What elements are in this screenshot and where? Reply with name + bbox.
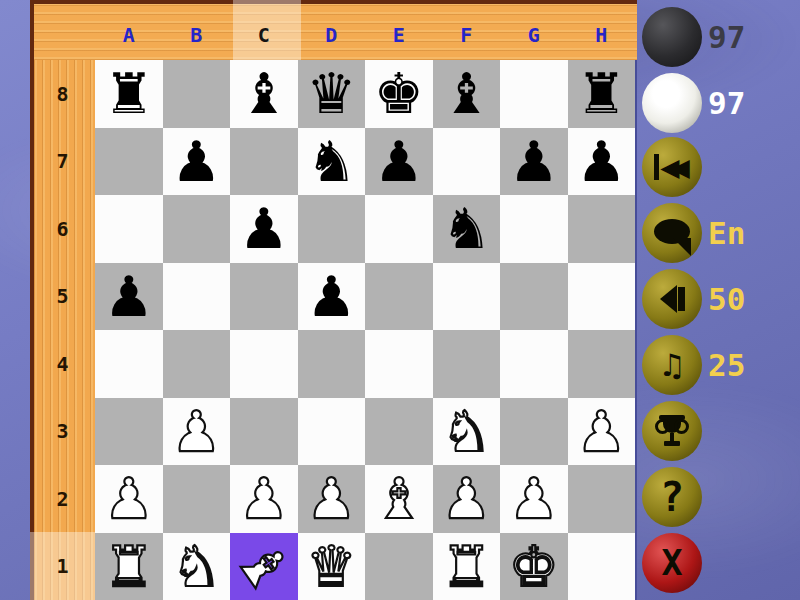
piece-white-r-a1[interactable]: ♜ xyxy=(104,533,154,600)
square-a7[interactable] xyxy=(95,128,163,196)
white-counter: 97 xyxy=(708,73,745,133)
square-f4[interactable] xyxy=(433,330,501,398)
piece-black-p-a5[interactable]: ♟ xyxy=(104,263,154,330)
square-h1[interactable] xyxy=(568,533,636,600)
piece-white-n-f3[interactable]: ♞ xyxy=(441,398,491,465)
piece-black-p-c6[interactable]: ♟ xyxy=(239,195,289,262)
square-a4[interactable] xyxy=(95,330,163,398)
square-a5[interactable]: ♟ xyxy=(95,263,163,331)
square-e4[interactable] xyxy=(365,330,433,398)
rank-label-4: 4 xyxy=(56,352,68,376)
rank-label-8: 8 xyxy=(56,82,68,106)
square-g4[interactable] xyxy=(500,330,568,398)
square-f1[interactable]: ♜ xyxy=(433,533,501,600)
square-b3[interactable]: ♟ xyxy=(163,398,231,466)
square-d6[interactable] xyxy=(298,195,366,263)
piece-black-n-f6[interactable]: ♞ xyxy=(441,195,491,262)
file-label-b: B xyxy=(190,23,202,60)
rank-labels: 87654321 xyxy=(30,60,95,600)
trophy-button[interactable] xyxy=(642,401,702,461)
square-c1[interactable]: ♝ xyxy=(230,533,298,600)
file-labels: ABCDEFGH xyxy=(95,0,635,60)
square-f7[interactable] xyxy=(433,128,501,196)
square-c6[interactable]: ♟ xyxy=(230,195,298,263)
square-e6[interactable] xyxy=(365,195,433,263)
volume-value: 50 xyxy=(708,269,745,329)
square-c3[interactable] xyxy=(230,398,298,466)
piece-black-b-c8[interactable]: ♝ xyxy=(239,60,289,127)
speaker-icon xyxy=(660,285,685,313)
rank-label-5: 5 xyxy=(56,284,68,308)
file-label-c: C xyxy=(258,23,270,60)
square-g3[interactable] xyxy=(500,398,568,466)
square-e8[interactable]: ♚ xyxy=(365,60,433,128)
white-player-ball xyxy=(642,73,702,133)
square-h4[interactable] xyxy=(568,330,636,398)
square-b5[interactable] xyxy=(163,263,231,331)
piece-black-p-h7[interactable]: ♟ xyxy=(576,128,626,195)
rank-label-7: 7 xyxy=(56,149,68,173)
square-b6[interactable] xyxy=(163,195,231,263)
square-h2[interactable] xyxy=(568,465,636,533)
piece-white-p-a2[interactable]: ♟ xyxy=(104,465,154,532)
black-counter: 97 xyxy=(708,7,745,67)
square-c2[interactable]: ♟ xyxy=(230,465,298,533)
rewind-icon: ◀◀ xyxy=(654,154,689,180)
file-label-h: H xyxy=(595,23,607,60)
square-e2[interactable]: ♝ xyxy=(365,465,433,533)
piece-white-p-c2[interactable]: ♟ xyxy=(239,465,289,532)
chess-board: ♜♝♛♚♝♜♟♞♟♟♟♟♞♟♟♟♞♟♟♟♟♝♟♟♜♞♝♛♜♚ xyxy=(95,60,637,600)
piece-white-b-c1[interactable]: ♝ xyxy=(222,526,306,600)
square-a1[interactable]: ♜ xyxy=(95,533,163,600)
square-g6[interactable] xyxy=(500,195,568,263)
square-f8[interactable]: ♝ xyxy=(433,60,501,128)
piece-black-r-a8[interactable]: ♜ xyxy=(104,60,154,127)
rank-label-1: 1 xyxy=(56,554,68,578)
volume-button[interactable] xyxy=(642,269,702,329)
control-panel: 97 97 ◀◀ En 50 ♫ 25 ? X xyxy=(637,0,800,600)
square-e7[interactable]: ♟ xyxy=(365,128,433,196)
rewind-button[interactable]: ◀◀ xyxy=(642,137,702,197)
rank-label-2: 2 xyxy=(56,487,68,511)
square-b8[interactable] xyxy=(163,60,231,128)
file-label-e: E xyxy=(393,23,405,60)
square-a6[interactable] xyxy=(95,195,163,263)
music-value: 25 xyxy=(708,335,745,395)
square-d8[interactable]: ♛ xyxy=(298,60,366,128)
piece-black-p-d5[interactable]: ♟ xyxy=(306,263,356,330)
piece-white-p-f2[interactable]: ♟ xyxy=(441,465,491,532)
square-d5[interactable]: ♟ xyxy=(298,263,366,331)
square-g7[interactable]: ♟ xyxy=(500,128,568,196)
square-d1[interactable]: ♛ xyxy=(298,533,366,600)
square-f6[interactable]: ♞ xyxy=(433,195,501,263)
piece-white-p-d2[interactable]: ♟ xyxy=(306,465,356,532)
music-button[interactable]: ♫ xyxy=(642,335,702,395)
square-f3[interactable]: ♞ xyxy=(433,398,501,466)
help-button[interactable]: ? xyxy=(642,467,702,527)
piece-white-r-f1[interactable]: ♜ xyxy=(441,533,491,600)
file-label-a: A xyxy=(123,23,135,60)
square-h6[interactable] xyxy=(568,195,636,263)
piece-black-r-h8[interactable]: ♜ xyxy=(576,60,626,127)
language-button[interactable] xyxy=(642,203,702,263)
square-e5[interactable] xyxy=(365,263,433,331)
square-h8[interactable]: ♜ xyxy=(568,60,636,128)
file-label-d: D xyxy=(325,23,337,60)
square-g1[interactable]: ♚ xyxy=(500,533,568,600)
piece-white-p-b3[interactable]: ♟ xyxy=(171,398,221,465)
square-d2[interactable]: ♟ xyxy=(298,465,366,533)
piece-white-q-d1[interactable]: ♛ xyxy=(306,533,356,600)
square-a8[interactable]: ♜ xyxy=(95,60,163,128)
square-c8[interactable]: ♝ xyxy=(230,60,298,128)
square-h5[interactable] xyxy=(568,263,636,331)
square-c5[interactable] xyxy=(230,263,298,331)
music-note-icon: ♫ xyxy=(658,350,686,381)
square-b2[interactable] xyxy=(163,465,231,533)
piece-black-n-d7[interactable]: ♞ xyxy=(306,128,356,195)
square-h3[interactable]: ♟ xyxy=(568,398,636,466)
piece-white-p-h3[interactable]: ♟ xyxy=(576,398,626,465)
piece-white-k-g1[interactable]: ♚ xyxy=(509,533,559,600)
square-g5[interactable] xyxy=(500,263,568,331)
piece-black-k-e8[interactable]: ♚ xyxy=(374,60,424,127)
trophy-icon xyxy=(655,414,689,448)
piece-white-n-b1[interactable]: ♞ xyxy=(171,533,221,600)
question-mark-icon: ? xyxy=(660,477,684,517)
square-a2[interactable]: ♟ xyxy=(95,465,163,533)
square-b7[interactable]: ♟ xyxy=(163,128,231,196)
piece-black-q-d8[interactable]: ♛ xyxy=(306,60,356,127)
piece-black-p-e7[interactable]: ♟ xyxy=(374,128,424,195)
rank-label-6: 6 xyxy=(56,217,68,241)
close-x-icon: X xyxy=(661,546,682,581)
square-e1[interactable] xyxy=(365,533,433,600)
piece-white-b-e2[interactable]: ♝ xyxy=(374,465,424,532)
piece-black-b-f8[interactable]: ♝ xyxy=(441,60,491,127)
piece-white-p-g2[interactable]: ♟ xyxy=(509,465,559,532)
file-label-g: G xyxy=(528,23,540,60)
file-label-f: F xyxy=(460,23,472,60)
square-b1[interactable]: ♞ xyxy=(163,533,231,600)
square-d7[interactable]: ♞ xyxy=(298,128,366,196)
square-g2[interactable]: ♟ xyxy=(500,465,568,533)
language-value: En xyxy=(708,203,745,263)
square-f5[interactable] xyxy=(433,263,501,331)
square-e3[interactable] xyxy=(365,398,433,466)
square-a3[interactable] xyxy=(95,398,163,466)
rank-label-3: 3 xyxy=(56,419,68,443)
square-f2[interactable]: ♟ xyxy=(433,465,501,533)
square-c4[interactable] xyxy=(230,330,298,398)
square-h7[interactable]: ♟ xyxy=(568,128,636,196)
piece-black-p-b7[interactable]: ♟ xyxy=(171,128,221,195)
close-button[interactable]: X xyxy=(642,533,702,593)
speech-bubble-icon xyxy=(654,219,690,244)
square-g8[interactable] xyxy=(500,60,568,128)
square-c7[interactable] xyxy=(230,128,298,196)
square-d4[interactable] xyxy=(298,330,366,398)
square-d3[interactable] xyxy=(298,398,366,466)
square-b4[interactable] xyxy=(163,330,231,398)
black-player-ball xyxy=(642,7,702,67)
piece-black-p-g7[interactable]: ♟ xyxy=(509,128,559,195)
